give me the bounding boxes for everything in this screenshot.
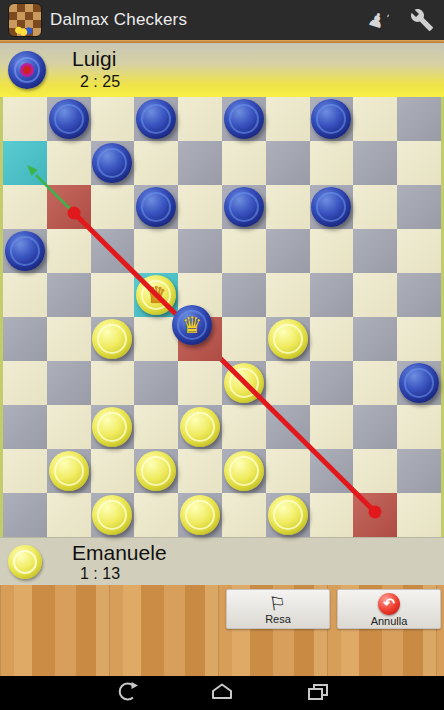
board-cell[interactable] [397,97,441,141]
recents-button[interactable] [305,681,331,705]
board-cell[interactable] [3,185,47,229]
blue-man[interactable] [136,187,176,227]
board-cell[interactable] [3,449,47,493]
board-cell[interactable] [178,229,222,273]
yellow-man[interactable] [268,495,308,535]
board-cell[interactable] [397,361,441,405]
blue-man[interactable] [5,231,45,271]
player-bar-top: Luigi 2 : 25 [0,43,444,97]
app-title: Dalmax Checkers [50,10,187,30]
board-cell[interactable] [3,141,47,185]
board-cell[interactable] [222,361,266,405]
blue-man[interactable] [399,363,439,403]
board-cell[interactable] [178,141,222,185]
board-cell[interactable] [222,141,266,185]
board-cell[interactable] [222,449,266,493]
board-cell[interactable] [3,273,47,317]
player-bar-bottom: Emanuele 1 : 13 [0,537,444,585]
player-name-bottom: Emanuele [72,541,167,565]
board-cell[interactable] [222,185,266,229]
board-cell[interactable] [353,141,397,185]
board-cell[interactable] [222,493,266,537]
board-cell[interactable] [310,493,354,537]
yellow-man[interactable] [92,407,132,447]
board-cell[interactable] [134,141,178,185]
board-cell[interactable] [353,405,397,449]
board-cell[interactable] [353,449,397,493]
board-cell[interactable] [310,273,354,317]
board-cell[interactable] [266,405,310,449]
board-cell[interactable] [3,317,47,361]
yellow-king[interactable]: ♛ [136,275,176,315]
action-bar: Dalmax Checkers ♟ [0,0,444,40]
player-name-top: Luigi [72,47,116,71]
board-cell[interactable] [397,273,441,317]
player-clock-bottom: 1 : 13 [80,565,120,583]
board-cell[interactable] [397,141,441,185]
king-crown-icon: ♛ [136,275,176,315]
board-cell[interactable] [47,141,91,185]
board-cell[interactable] [266,317,310,361]
board-cell[interactable] [3,493,47,537]
blue-man[interactable] [136,99,176,139]
board-cell[interactable] [134,493,178,537]
undo-button[interactable]: ↶ Annulla [337,589,441,629]
king-crown-icon: ♛ [172,305,212,345]
board-cell[interactable] [91,185,135,229]
board-cell[interactable] [91,405,135,449]
board-cell[interactable] [266,97,310,141]
board-cell[interactable] [91,229,135,273]
app-logo-icon [8,3,42,37]
board-cell[interactable] [266,449,310,493]
checkers-board: ♛♛ [0,97,444,537]
blue-man[interactable] [224,99,264,139]
board-cell[interactable] [222,317,266,361]
board-cell[interactable] [353,229,397,273]
blue-king[interactable]: ♛ [172,305,212,345]
undo-button-label: Annulla [371,616,408,627]
board-cell[interactable] [91,97,135,141]
board-cell[interactable] [397,405,441,449]
board-cell[interactable] [397,493,441,537]
wrench-icon [410,8,434,32]
yellow-man[interactable] [136,451,176,491]
board-cell[interactable] [397,185,441,229]
board-cell[interactable] [353,361,397,405]
board-cell[interactable] [222,273,266,317]
board-cell[interactable] [178,449,222,493]
board-cell[interactable] [266,493,310,537]
board-cell[interactable] [47,449,91,493]
board-cell[interactable] [91,361,135,405]
yellow-man[interactable] [180,495,220,535]
board-cell[interactable] [47,361,91,405]
board-cell[interactable] [353,317,397,361]
board-cell[interactable] [134,449,178,493]
board-cell[interactable] [134,229,178,273]
board-cell[interactable] [310,405,354,449]
yellow-man[interactable] [92,495,132,535]
board-cell[interactable] [134,185,178,229]
blue-man[interactable] [92,143,132,183]
board-cell[interactable] [134,405,178,449]
home-button[interactable] [209,681,235,705]
moves-list-button[interactable]: ♟ [356,0,400,40]
board-cell[interactable] [222,229,266,273]
board-cell[interactable] [178,493,222,537]
board-cell[interactable] [134,361,178,405]
board-cell[interactable] [3,405,47,449]
board-cell[interactable] [134,97,178,141]
board-grid: ♛♛ [3,97,441,537]
app-screen: Dalmax Checkers ♟ Luigi 2 : 25 ♛♛ Emanue… [0,0,444,710]
board-cell[interactable] [310,229,354,273]
board-cell[interactable] [397,229,441,273]
board-cell[interactable] [47,97,91,141]
board-cell[interactable] [47,405,91,449]
board-cell[interactable]: ♛ [178,317,222,361]
board-cell[interactable] [266,361,310,405]
board-cell[interactable] [3,229,47,273]
board-cell[interactable] [3,361,47,405]
blue-player-disc-icon [8,51,46,89]
board-cell[interactable]: ♛ [134,273,178,317]
board-cell[interactable] [353,273,397,317]
board-cell[interactable] [91,317,135,361]
board-cell[interactable] [310,449,354,493]
yellow-man[interactable] [268,319,308,359]
player-clock-top: 2 : 25 [80,73,120,91]
board-cell[interactable] [353,185,397,229]
board-cell[interactable] [266,141,310,185]
board-cell[interactable] [266,229,310,273]
board-cell[interactable] [397,449,441,493]
resign-button[interactable]: ⚐ Resa [226,589,330,629]
board-cell[interactable] [91,141,135,185]
undo-arrow-icon: ↶ [378,593,400,615]
back-button[interactable] [115,681,141,705]
yellow-man[interactable] [92,319,132,359]
board-cell[interactable] [353,97,397,141]
yellow-man[interactable] [224,363,264,403]
board-cell[interactable] [266,273,310,317]
board-cell[interactable] [47,185,91,229]
board-cell[interactable] [178,405,222,449]
settings-button[interactable] [400,0,444,40]
board-cell[interactable] [47,229,91,273]
board-cell[interactable] [310,97,354,141]
resign-flag-icon: ⚐ [268,593,288,614]
yellow-man[interactable] [180,407,220,447]
board-cell[interactable] [310,185,354,229]
board-cell[interactable] [222,405,266,449]
wood-background: ⚐ Resa ↶ Annulla [0,585,444,676]
board-cell[interactable] [91,493,135,537]
blue-man[interactable] [311,99,351,139]
blue-man[interactable] [224,187,264,227]
board-cell[interactable] [222,97,266,141]
board-cell[interactable] [91,449,135,493]
blue-man[interactable] [311,187,351,227]
board-cell[interactable] [91,273,135,317]
blue-man[interactable] [49,99,89,139]
board-cell[interactable] [353,493,397,537]
board-cell[interactable] [47,273,91,317]
board-cell[interactable] [310,361,354,405]
board-cell[interactable] [310,141,354,185]
board-cell[interactable] [310,317,354,361]
board-cell[interactable] [178,185,222,229]
yellow-man[interactable] [224,451,264,491]
board-cell[interactable] [47,317,91,361]
board-cell[interactable] [178,361,222,405]
board-cell[interactable] [178,97,222,141]
yellow-player-disc-icon [8,545,42,579]
board-cell[interactable] [47,493,91,537]
resign-button-label: Resa [265,614,291,625]
board-cell[interactable] [397,317,441,361]
android-nav-bar [0,676,444,710]
moves-list-icon: ♟ [365,6,391,34]
yellow-man[interactable] [49,451,89,491]
board-cell[interactable] [3,97,47,141]
board-cell[interactable] [266,185,310,229]
turn-indicator [20,63,34,77]
